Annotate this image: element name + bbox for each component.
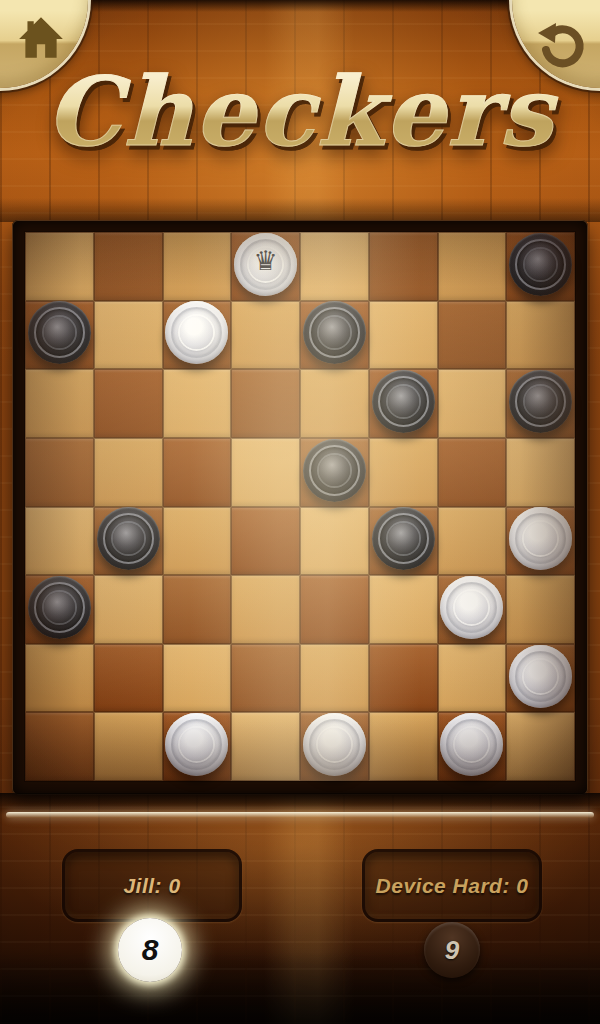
checker-white[interactable] [440, 576, 503, 639]
board-top-shadow [0, 198, 600, 222]
score-box-device: Device Hard: 0 [362, 849, 542, 922]
square-7-5 [369, 712, 438, 781]
square-2-1[interactable] [94, 369, 163, 438]
square-4-0 [25, 507, 94, 576]
square-0-4 [300, 232, 369, 301]
square-4-1[interactable] [94, 507, 163, 576]
square-5-6[interactable] [438, 575, 507, 644]
square-5-1 [94, 575, 163, 644]
square-6-3[interactable] [231, 644, 300, 713]
square-1-7 [506, 301, 575, 370]
checkers-app: ♛ Jill: 0 Device Hard: 0 8 9 Checkers [0, 0, 600, 1024]
square-2-7[interactable] [506, 369, 575, 438]
square-3-2[interactable] [163, 438, 232, 507]
square-7-6[interactable] [438, 712, 507, 781]
square-1-6[interactable] [438, 301, 507, 370]
square-5-7 [506, 575, 575, 644]
white-pieces-counter: 8 [118, 918, 182, 982]
square-0-3[interactable]: ♛ [231, 232, 300, 301]
square-3-0[interactable] [25, 438, 94, 507]
square-7-3 [231, 712, 300, 781]
square-2-4 [300, 369, 369, 438]
checker-black[interactable] [28, 301, 91, 364]
board: ♛ [25, 232, 575, 781]
square-1-0[interactable] [25, 301, 94, 370]
square-2-0 [25, 369, 94, 438]
square-6-0 [25, 644, 94, 713]
checker-white[interactable] [509, 507, 572, 570]
square-1-1 [94, 301, 163, 370]
square-0-6 [438, 232, 507, 301]
square-1-2[interactable] [163, 301, 232, 370]
square-6-6 [438, 644, 507, 713]
square-5-4[interactable] [300, 575, 369, 644]
square-5-0[interactable] [25, 575, 94, 644]
square-7-2[interactable] [163, 712, 232, 781]
square-4-4 [300, 507, 369, 576]
square-3-4[interactable] [300, 438, 369, 507]
checker-black[interactable] [28, 576, 91, 639]
shelf-highlight [6, 812, 594, 818]
checker-white[interactable] [303, 713, 366, 776]
square-6-7[interactable] [506, 644, 575, 713]
crown-icon: ♛ [234, 230, 297, 293]
square-1-3 [231, 301, 300, 370]
square-4-5[interactable] [369, 507, 438, 576]
square-3-7 [506, 438, 575, 507]
square-4-6 [438, 507, 507, 576]
undo-icon [532, 12, 592, 72]
square-7-4[interactable] [300, 712, 369, 781]
square-3-1 [94, 438, 163, 507]
square-3-5 [369, 438, 438, 507]
checker-white[interactable] [440, 713, 503, 776]
square-2-2 [163, 369, 232, 438]
square-5-3 [231, 575, 300, 644]
black-pieces-count: 9 [445, 935, 459, 966]
square-4-7[interactable] [506, 507, 575, 576]
checker-black[interactable] [372, 370, 435, 433]
home-icon [16, 13, 66, 63]
checker-black[interactable] [509, 233, 572, 296]
square-6-4 [300, 644, 369, 713]
square-6-1[interactable] [94, 644, 163, 713]
black-pieces-counter: 9 [424, 922, 480, 978]
jill-score-label: Jill: 0 [123, 874, 180, 898]
square-2-6 [438, 369, 507, 438]
square-7-0[interactable] [25, 712, 94, 781]
square-2-5[interactable] [369, 369, 438, 438]
checker-black[interactable] [97, 507, 160, 570]
checker-black[interactable] [372, 507, 435, 570]
square-7-7 [506, 712, 575, 781]
checker-white[interactable] [165, 713, 228, 776]
square-0-5[interactable] [369, 232, 438, 301]
checker-black[interactable] [303, 439, 366, 502]
score-box-jill: Jill: 0 [62, 849, 242, 922]
square-7-1 [94, 712, 163, 781]
square-0-1[interactable] [94, 232, 163, 301]
white-pieces-count: 8 [142, 933, 159, 967]
checker-white-king[interactable]: ♛ [234, 233, 297, 296]
page-title: Checkers [0, 60, 600, 165]
device-score-label: Device Hard: 0 [376, 874, 529, 898]
square-1-5 [369, 301, 438, 370]
checker-white[interactable] [165, 301, 228, 364]
square-1-4[interactable] [300, 301, 369, 370]
square-3-3 [231, 438, 300, 507]
square-0-0 [25, 232, 94, 301]
square-4-2 [163, 507, 232, 576]
square-0-7[interactable] [506, 232, 575, 301]
checker-white[interactable] [509, 645, 572, 708]
square-6-5[interactable] [369, 644, 438, 713]
square-5-5 [369, 575, 438, 644]
square-6-2 [163, 644, 232, 713]
checker-black[interactable] [509, 370, 572, 433]
checker-black[interactable] [303, 301, 366, 364]
board-frame: ♛ [12, 220, 588, 795]
square-3-6[interactable] [438, 438, 507, 507]
square-5-2[interactable] [163, 575, 232, 644]
square-2-3[interactable] [231, 369, 300, 438]
square-0-2 [163, 232, 232, 301]
square-4-3[interactable] [231, 507, 300, 576]
